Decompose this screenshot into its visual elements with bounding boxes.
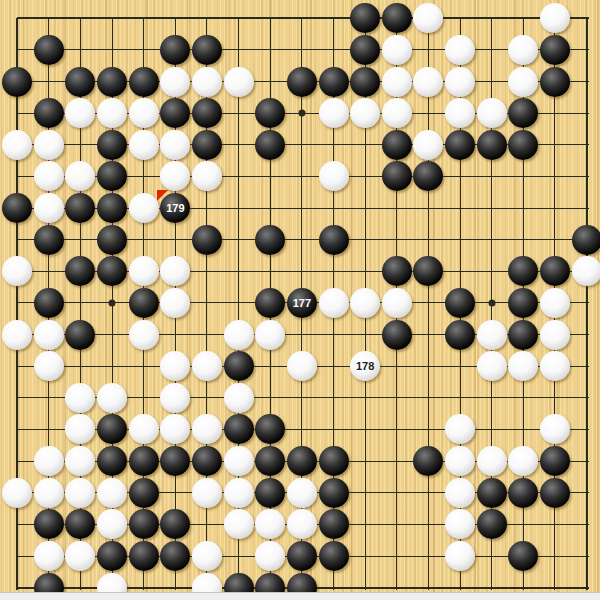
black-stone[interactable] [65, 320, 95, 350]
black-stone[interactable] [97, 67, 127, 97]
white-stone[interactable] [160, 414, 190, 444]
black-stone[interactable] [477, 478, 507, 508]
white-stone[interactable] [2, 478, 32, 508]
black-stone[interactable] [287, 67, 317, 97]
black-stone[interactable] [97, 414, 127, 444]
white-stone[interactable] [255, 541, 285, 571]
white-stone[interactable] [65, 161, 95, 191]
black-stone[interactable] [540, 67, 570, 97]
white-stone[interactable] [445, 478, 475, 508]
move-number-label: 178 [350, 351, 380, 381]
black-stone[interactable] [572, 225, 600, 255]
white-stone[interactable] [34, 478, 64, 508]
white-stone[interactable] [65, 98, 95, 128]
black-stone[interactable] [34, 35, 64, 65]
black-stone[interactable] [350, 3, 380, 33]
white-stone[interactable] [540, 288, 570, 318]
white-stone[interactable] [477, 98, 507, 128]
white-stone[interactable] [129, 130, 159, 160]
white-stone[interactable] [160, 130, 190, 160]
white-stone[interactable] [160, 288, 190, 318]
white-stone[interactable] [350, 288, 380, 318]
black-stone[interactable] [319, 541, 349, 571]
white-stone[interactable] [34, 320, 64, 350]
white-stone[interactable] [445, 446, 475, 476]
white-stone[interactable] [572, 256, 600, 286]
black-stone[interactable] [160, 509, 190, 539]
black-stone[interactable] [160, 541, 190, 571]
black-stone[interactable] [413, 256, 443, 286]
black-stone[interactable] [129, 541, 159, 571]
white-stone[interactable] [508, 446, 538, 476]
white-stone[interactable] [382, 35, 412, 65]
black-stone[interactable] [65, 193, 95, 223]
white-stone[interactable] [413, 130, 443, 160]
black-stone[interactable] [477, 130, 507, 160]
black-stone[interactable] [508, 256, 538, 286]
black-stone[interactable] [255, 98, 285, 128]
grid-vline [586, 18, 588, 589]
go-app-window: 179177178 [0, 0, 600, 600]
black-stone[interactable] [160, 98, 190, 128]
black-stone[interactable] [255, 130, 285, 160]
white-stone[interactable] [382, 98, 412, 128]
star-point [298, 110, 305, 117]
black-stone[interactable] [255, 225, 285, 255]
white-stone[interactable] [2, 320, 32, 350]
white-stone[interactable] [160, 351, 190, 381]
black-stone[interactable] [34, 288, 64, 318]
black-stone[interactable] [160, 35, 190, 65]
black-stone[interactable] [97, 541, 127, 571]
white-stone[interactable] [192, 414, 222, 444]
black-stone[interactable] [34, 98, 64, 128]
white-stone[interactable] [382, 288, 412, 318]
grid-vline [428, 18, 429, 589]
white-stone[interactable] [319, 288, 349, 318]
black-stone[interactable] [2, 67, 32, 97]
black-stone[interactable] [97, 225, 127, 255]
white-stone[interactable] [34, 351, 64, 381]
white-stone[interactable] [477, 351, 507, 381]
white-stone[interactable] [540, 351, 570, 381]
black-stone[interactable] [224, 351, 254, 381]
white-stone[interactable] [2, 130, 32, 160]
black-stone[interactable] [319, 478, 349, 508]
white-stone[interactable] [192, 67, 222, 97]
black-stone[interactable] [540, 256, 570, 286]
white-stone[interactable] [65, 478, 95, 508]
black-stone[interactable] [97, 130, 127, 160]
grid-hline [17, 17, 588, 19]
black-stone[interactable] [445, 320, 475, 350]
black-stone[interactable]: 177 [287, 288, 317, 318]
black-stone[interactable] [224, 414, 254, 444]
black-stone[interactable] [319, 446, 349, 476]
white-stone[interactable] [160, 383, 190, 413]
black-stone[interactable] [34, 225, 64, 255]
white-stone[interactable] [129, 414, 159, 444]
white-stone[interactable] [65, 541, 95, 571]
white-stone[interactable] [97, 383, 127, 413]
last-move-marker-icon [157, 190, 168, 201]
black-stone[interactable] [2, 193, 32, 223]
black-stone[interactable] [97, 193, 127, 223]
black-stone[interactable] [382, 256, 412, 286]
white-stone[interactable] [65, 446, 95, 476]
white-stone[interactable] [2, 256, 32, 286]
white-stone[interactable] [287, 351, 317, 381]
black-stone[interactable] [319, 67, 349, 97]
white-stone[interactable] [287, 478, 317, 508]
white-stone[interactable] [192, 351, 222, 381]
white-stone[interactable] [160, 67, 190, 97]
black-stone[interactable] [319, 225, 349, 255]
white-stone[interactable] [382, 67, 412, 97]
white-stone[interactable] [445, 67, 475, 97]
black-stone[interactable] [255, 414, 285, 444]
grid-hline [17, 49, 588, 50]
white-stone[interactable] [97, 478, 127, 508]
black-stone[interactable] [255, 478, 285, 508]
black-stone[interactable] [445, 288, 475, 318]
go-board[interactable]: 179177178 [0, 0, 600, 600]
black-stone[interactable] [382, 320, 412, 350]
black-stone[interactable] [192, 225, 222, 255]
black-stone[interactable] [192, 446, 222, 476]
white-stone[interactable] [445, 541, 475, 571]
white-stone[interactable] [34, 541, 64, 571]
white-stone[interactable] [319, 161, 349, 191]
black-stone[interactable] [382, 161, 412, 191]
white-stone[interactable] [224, 383, 254, 413]
black-stone[interactable] [255, 288, 285, 318]
black-stone[interactable] [97, 256, 127, 286]
move-number-label: 177 [287, 288, 317, 318]
black-stone[interactable]: 179 [160, 193, 190, 223]
white-stone[interactable] [287, 509, 317, 539]
white-stone[interactable] [65, 414, 95, 444]
white-stone[interactable] [224, 446, 254, 476]
black-stone[interactable] [65, 67, 95, 97]
black-stone[interactable] [192, 98, 222, 128]
white-stone[interactable] [445, 414, 475, 444]
white-stone[interactable] [255, 509, 285, 539]
black-stone[interactable] [192, 35, 222, 65]
black-stone[interactable] [445, 130, 475, 160]
white-stone[interactable] [65, 383, 95, 413]
black-stone[interactable] [97, 446, 127, 476]
white-stone[interactable] [445, 98, 475, 128]
white-stone[interactable] [224, 509, 254, 539]
black-stone[interactable] [382, 130, 412, 160]
black-stone[interactable] [413, 161, 443, 191]
black-stone[interactable] [34, 509, 64, 539]
black-stone[interactable] [508, 320, 538, 350]
white-stone[interactable] [540, 3, 570, 33]
black-stone[interactable] [508, 288, 538, 318]
white-stone[interactable] [97, 509, 127, 539]
white-stone[interactable] [413, 3, 443, 33]
white-stone[interactable] [255, 320, 285, 350]
black-stone[interactable] [129, 478, 159, 508]
white-stone[interactable] [160, 256, 190, 286]
black-stone[interactable] [129, 67, 159, 97]
white-stone[interactable] [540, 414, 570, 444]
black-stone[interactable] [97, 161, 127, 191]
white-stone[interactable] [508, 35, 538, 65]
black-stone[interactable] [192, 130, 222, 160]
black-stone[interactable] [129, 446, 159, 476]
white-stone[interactable] [34, 161, 64, 191]
black-stone[interactable] [319, 509, 349, 539]
black-stone[interactable] [129, 288, 159, 318]
white-stone[interactable] [192, 478, 222, 508]
white-stone[interactable] [350, 98, 380, 128]
black-stone[interactable] [160, 446, 190, 476]
black-stone[interactable] [508, 130, 538, 160]
black-stone[interactable] [287, 446, 317, 476]
star-point [109, 299, 116, 306]
window-bottom-strip [0, 592, 600, 600]
black-stone[interactable] [508, 98, 538, 128]
white-stone[interactable] [508, 351, 538, 381]
white-stone[interactable] [224, 320, 254, 350]
black-stone[interactable] [508, 541, 538, 571]
black-stone[interactable] [65, 509, 95, 539]
white-stone[interactable] [34, 446, 64, 476]
white-stone[interactable] [129, 98, 159, 128]
black-stone[interactable] [382, 3, 412, 33]
white-stone[interactable] [192, 541, 222, 571]
white-stone[interactable]: 178 [350, 351, 380, 381]
white-stone[interactable] [34, 193, 64, 223]
white-stone[interactable] [508, 67, 538, 97]
white-stone[interactable] [413, 67, 443, 97]
star-point [488, 299, 495, 306]
black-stone[interactable] [540, 478, 570, 508]
white-stone[interactable] [160, 161, 190, 191]
white-stone[interactable] [129, 256, 159, 286]
white-stone[interactable] [540, 320, 570, 350]
black-stone[interactable] [540, 35, 570, 65]
white-stone[interactable] [129, 193, 159, 223]
white-stone[interactable] [224, 67, 254, 97]
white-stone[interactable] [445, 35, 475, 65]
black-stone[interactable] [508, 478, 538, 508]
black-stone[interactable] [65, 256, 95, 286]
white-stone[interactable] [319, 98, 349, 128]
white-stone[interactable] [34, 130, 64, 160]
black-stone[interactable] [129, 509, 159, 539]
black-stone[interactable] [413, 446, 443, 476]
black-stone[interactable] [350, 67, 380, 97]
white-stone[interactable] [224, 478, 254, 508]
white-stone[interactable] [477, 320, 507, 350]
white-stone[interactable] [192, 161, 222, 191]
black-stone[interactable] [540, 446, 570, 476]
black-stone[interactable] [350, 35, 380, 65]
white-stone[interactable] [477, 446, 507, 476]
white-stone[interactable] [445, 509, 475, 539]
black-stone[interactable] [255, 446, 285, 476]
white-stone[interactable] [129, 320, 159, 350]
white-stone[interactable] [97, 98, 127, 128]
black-stone[interactable] [477, 509, 507, 539]
black-stone[interactable] [287, 541, 317, 571]
